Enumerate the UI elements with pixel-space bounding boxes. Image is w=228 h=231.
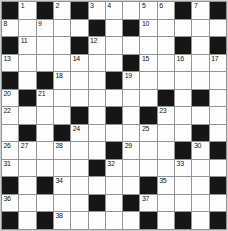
crossword-cell[interactable] (192, 55, 208, 72)
crossword-cell-black (37, 212, 53, 229)
clue-number: 11 (21, 37, 28, 45)
crossword-cell[interactable]: 34 (54, 177, 70, 194)
crossword-cell-black (210, 37, 226, 54)
clue-number: 19 (125, 72, 132, 80)
crossword-cell[interactable] (37, 160, 53, 177)
crossword-cell-black (123, 20, 139, 37)
crossword-cell-black (89, 195, 105, 212)
crossword-cell[interactable]: 28 (54, 142, 70, 159)
crossword-cell[interactable] (54, 107, 70, 124)
crossword-cell[interactable]: 5 (140, 2, 156, 19)
crossword-cell[interactable]: 30 (192, 142, 208, 159)
crossword-cell[interactable]: 22 (2, 107, 18, 124)
crossword-cell[interactable] (37, 55, 53, 72)
crossword-cell-black (210, 2, 226, 19)
crossword-cell-black (192, 90, 208, 107)
crossword-cell-black (175, 212, 191, 229)
crossword-cell[interactable] (210, 20, 226, 37)
clue-number: 23 (159, 107, 166, 115)
crossword-cell-black (19, 90, 35, 107)
crossword-cell[interactable] (158, 55, 174, 72)
crossword-cell[interactable]: 16 (175, 55, 191, 72)
crossword-cell[interactable] (175, 20, 191, 37)
crossword-cell-black (192, 125, 208, 142)
clue-number: 32 (107, 160, 114, 168)
clue-number: 16 (177, 55, 184, 63)
crossword-cell[interactable]: 10 (140, 20, 156, 37)
crossword-cell[interactable] (192, 37, 208, 54)
crossword-cell[interactable] (37, 37, 53, 54)
crossword-cell[interactable] (192, 72, 208, 89)
crossword-cell[interactable] (192, 177, 208, 194)
crossword-cell[interactable] (89, 177, 105, 194)
crossword-cell[interactable] (123, 212, 139, 229)
crossword-cell-black (210, 212, 226, 229)
crossword-cell[interactable] (175, 72, 191, 89)
crossword-cell[interactable]: 3 (89, 2, 105, 19)
crossword-cell[interactable] (106, 20, 122, 37)
crossword-cell-black (2, 37, 18, 54)
crossword-cell-black (37, 2, 53, 19)
crossword-cell[interactable]: 7 (192, 2, 208, 19)
crossword-cell[interactable] (123, 160, 139, 177)
clue-number: 7 (194, 2, 198, 10)
crossword-cell-black (2, 72, 18, 89)
crossword-cell[interactable] (19, 107, 35, 124)
crossword-cell-black (210, 142, 226, 159)
crossword-cell-black (37, 72, 53, 89)
crossword-cell[interactable]: 33 (175, 160, 191, 177)
crossword-cell[interactable] (37, 107, 53, 124)
crossword-cell[interactable] (192, 107, 208, 124)
crossword-cell[interactable] (175, 177, 191, 194)
crossword-cell[interactable] (54, 160, 70, 177)
crossword-cell[interactable]: 23 (158, 107, 174, 124)
crossword-cell[interactable] (123, 125, 139, 142)
crossword-cell[interactable] (192, 212, 208, 229)
clue-number: 5 (142, 2, 146, 10)
clue-number: 27 (21, 142, 28, 150)
crossword-cell[interactable] (19, 20, 35, 37)
clue-number: 9 (38, 20, 42, 28)
crossword-cell-black (71, 2, 87, 19)
clue-number: 1 (21, 2, 25, 10)
clue-number: 20 (4, 90, 11, 98)
clue-number: 18 (55, 72, 62, 80)
crossword-cell[interactable] (19, 55, 35, 72)
crossword-cell[interactable]: 24 (71, 125, 87, 142)
crossword-cell[interactable] (140, 90, 156, 107)
crossword-cell[interactable] (19, 212, 35, 229)
clue-number: 25 (142, 125, 149, 133)
crossword-cell[interactable] (210, 107, 226, 124)
crossword-cell[interactable]: 12 (89, 37, 105, 54)
crossword-cell-black (175, 2, 191, 19)
crossword-cell[interactable] (158, 195, 174, 212)
crossword-cell[interactable]: 31 (2, 160, 18, 177)
crossword-cell[interactable]: 32 (106, 160, 122, 177)
crossword-cell[interactable] (89, 142, 105, 159)
crossword-cell[interactable] (158, 212, 174, 229)
crossword-cell[interactable] (175, 90, 191, 107)
crossword-cell-black (2, 212, 18, 229)
crossword-cell[interactable] (106, 212, 122, 229)
crossword-cell[interactable]: 37 (140, 195, 156, 212)
crossword-cell-black (210, 177, 226, 194)
crossword-cell[interactable] (175, 125, 191, 142)
clue-number: 35 (159, 177, 166, 185)
crossword-cell[interactable] (192, 195, 208, 212)
clue-number: 33 (177, 160, 184, 168)
crossword-cell-black (175, 37, 191, 54)
crossword-cell[interactable] (210, 160, 226, 177)
crossword-cell[interactable]: 26 (2, 142, 18, 159)
crossword-cell[interactable] (89, 72, 105, 89)
crossword-grid: 1234567891011121314151617181920212223242… (1, 1, 227, 230)
crossword-cell[interactable] (89, 107, 105, 124)
crossword-cell[interactable]: 25 (140, 125, 156, 142)
crossword-cell[interactable] (71, 160, 87, 177)
crossword-cell[interactable]: 1 (19, 2, 35, 19)
crossword-cell-black (2, 177, 18, 194)
crossword-cell[interactable]: 18 (54, 72, 70, 89)
crossword-cell[interactable] (140, 37, 156, 54)
crossword-cell[interactable] (89, 125, 105, 142)
clue-number: 2 (55, 2, 59, 10)
crossword-cell-black (89, 160, 105, 177)
clue-number: 37 (142, 195, 149, 203)
crossword-cell[interactable] (158, 125, 174, 142)
crossword-cell[interactable] (175, 195, 191, 212)
clue-number: 4 (107, 2, 111, 10)
crossword-cell[interactable]: 8 (2, 20, 18, 37)
crossword-cell[interactable] (123, 37, 139, 54)
crossword-cell[interactable] (140, 72, 156, 89)
clue-number: 36 (4, 195, 11, 203)
crossword-cell[interactable] (106, 125, 122, 142)
crossword-cell[interactable] (19, 160, 35, 177)
crossword-cell-black (106, 72, 122, 89)
crossword-cell[interactable]: 19 (123, 72, 139, 89)
crossword-cell-black (175, 142, 191, 159)
crossword-cell[interactable] (54, 37, 70, 54)
crossword-cell[interactable] (158, 72, 174, 89)
crossword-cell[interactable] (106, 177, 122, 194)
crossword-cell[interactable] (192, 20, 208, 37)
clue-number: 26 (4, 142, 11, 150)
crossword-cell[interactable]: 6 (158, 2, 174, 19)
crossword-cell[interactable]: 9 (37, 20, 53, 37)
clue-number: 31 (4, 160, 11, 168)
crossword-cell[interactable] (140, 142, 156, 159)
crossword-cell[interactable] (54, 195, 70, 212)
crossword-cell[interactable] (54, 55, 70, 72)
crossword-cell[interactable] (89, 212, 105, 229)
clue-number: 10 (142, 20, 149, 28)
crossword-cell-black (106, 107, 122, 124)
crossword-cell[interactable]: 20 (2, 90, 18, 107)
clue-number: 22 (4, 107, 11, 115)
crossword-cell[interactable]: 17 (210, 55, 226, 72)
crossword-cell[interactable] (158, 160, 174, 177)
crossword-cell[interactable]: 14 (71, 55, 87, 72)
crossword-cell-black (89, 20, 105, 37)
crossword-cell-black (158, 90, 174, 107)
crossword-cell-black (37, 177, 53, 194)
clue-number: 17 (211, 55, 218, 63)
crossword-cell[interactable]: 36 (2, 195, 18, 212)
clue-number: 15 (142, 55, 149, 63)
crossword-cell[interactable] (89, 55, 105, 72)
crossword-cell[interactable] (175, 107, 191, 124)
crossword-cell[interactable] (2, 125, 18, 142)
crossword-cell[interactable] (19, 195, 35, 212)
crossword-cell[interactable] (54, 20, 70, 37)
crossword-cell[interactable]: 11 (19, 37, 35, 54)
crossword-cell[interactable] (106, 90, 122, 107)
crossword-cell-black (123, 195, 139, 212)
crossword-cell[interactable] (37, 125, 53, 142)
clue-number: 28 (55, 142, 62, 150)
crossword-cell-black (2, 2, 18, 19)
crossword-cell-black (106, 142, 122, 159)
crossword-cell[interactable] (158, 142, 174, 159)
crossword-cell[interactable] (54, 90, 70, 107)
crossword-cell-black (71, 107, 87, 124)
crossword-cell[interactable]: 27 (19, 142, 35, 159)
crossword-cell[interactable] (71, 20, 87, 37)
crossword-board-frame: 1234567891011121314151617181920212223242… (0, 0, 228, 231)
crossword-cell[interactable] (123, 90, 139, 107)
crossword-cell[interactable] (71, 90, 87, 107)
crossword-cell[interactable] (89, 90, 105, 107)
crossword-cell[interactable]: 21 (37, 90, 53, 107)
crossword-cell[interactable] (19, 72, 35, 89)
crossword-cell[interactable] (123, 177, 139, 194)
clue-number: 14 (73, 55, 80, 63)
crossword-cell[interactable] (71, 142, 87, 159)
crossword-cell-black (140, 177, 156, 194)
clue-number: 3 (90, 2, 94, 10)
crossword-cell[interactable] (71, 212, 87, 229)
crossword-cell[interactable] (210, 72, 226, 89)
crossword-cell[interactable] (140, 160, 156, 177)
clue-number: 34 (55, 177, 62, 185)
crossword-cell[interactable] (37, 195, 53, 212)
crossword-cell[interactable] (123, 107, 139, 124)
crossword-cell[interactable] (106, 37, 122, 54)
crossword-cell[interactable] (37, 142, 53, 159)
crossword-cell-black (71, 37, 87, 54)
crossword-cell-black (123, 55, 139, 72)
crossword-cell[interactable] (71, 195, 87, 212)
clue-number: 38 (55, 212, 62, 220)
crossword-cell[interactable] (106, 195, 122, 212)
crossword-cell[interactable] (158, 20, 174, 37)
clue-number: 13 (4, 55, 11, 63)
clue-number: 29 (125, 142, 132, 150)
crossword-cell[interactable] (123, 2, 139, 19)
crossword-cell[interactable] (71, 72, 87, 89)
crossword-cell[interactable]: 29 (123, 142, 139, 159)
crossword-cell[interactable]: 35 (158, 177, 174, 194)
crossword-cell-black (140, 212, 156, 229)
crossword-cell[interactable] (106, 55, 122, 72)
crossword-cell[interactable] (210, 125, 226, 142)
clue-number: 30 (194, 142, 201, 150)
crossword-cell-black (19, 125, 35, 142)
clue-number: 12 (90, 37, 97, 45)
crossword-cell-black (54, 125, 70, 142)
crossword-cell[interactable]: 2 (54, 2, 70, 19)
clue-number: 8 (4, 20, 8, 28)
clue-number: 6 (159, 2, 163, 10)
crossword-cell[interactable] (210, 195, 226, 212)
crossword-cell[interactable] (71, 177, 87, 194)
crossword-cell[interactable]: 4 (106, 2, 122, 19)
clue-number: 24 (73, 125, 80, 133)
crossword-cell-black (140, 107, 156, 124)
crossword-cell[interactable]: 13 (2, 55, 18, 72)
crossword-cell[interactable] (192, 160, 208, 177)
crossword-cell[interactable]: 15 (140, 55, 156, 72)
crossword-cell[interactable] (210, 90, 226, 107)
crossword-cell[interactable] (19, 177, 35, 194)
clue-number: 21 (38, 90, 45, 98)
crossword-cell[interactable]: 38 (54, 212, 70, 229)
crossword-cell[interactable] (158, 37, 174, 54)
